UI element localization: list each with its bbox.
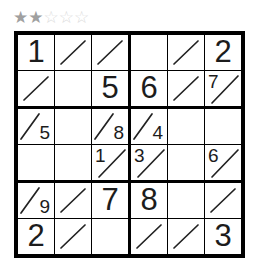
star-empty-icon: ☆ xyxy=(44,6,59,28)
given-digit: 3 xyxy=(214,220,231,251)
star-empty-icon: ☆ xyxy=(74,6,89,28)
slash-divider-icon xyxy=(168,71,204,106)
given-digit: 7 xyxy=(101,184,118,215)
cell-r2c5[interactable] xyxy=(168,71,205,109)
cell-r1c3[interactable] xyxy=(92,35,131,71)
bottom-half-digit: 8 xyxy=(113,123,124,142)
cell-r5c6[interactable] xyxy=(205,183,241,219)
cell-r3c3[interactable]: 8 xyxy=(92,109,131,145)
given-digit: 1 xyxy=(27,36,44,67)
top-half-digit: 6 xyxy=(208,146,219,165)
cell-r2c4[interactable]: 6 xyxy=(131,71,168,109)
cell-r2c2[interactable] xyxy=(55,71,92,109)
slash-divider-icon xyxy=(18,71,54,106)
star-empty-icon: ☆ xyxy=(59,6,74,28)
cell-r3c5[interactable] xyxy=(168,109,205,145)
top-half-digit: 3 xyxy=(134,146,145,165)
cell-r3c4[interactable]: 4 xyxy=(131,109,168,145)
slash-divider-icon xyxy=(55,183,91,218)
top-half-digit: 7 xyxy=(208,72,219,91)
cell-r1c4[interactable] xyxy=(131,35,168,71)
cell-r4c5[interactable] xyxy=(168,145,205,183)
star-filled-icon: ★ xyxy=(13,6,28,28)
slash-divider-icon xyxy=(168,35,204,70)
cell-r5c3[interactable]: 7 xyxy=(92,183,131,219)
slash-divider-icon xyxy=(92,35,128,70)
cell-r6c4[interactable] xyxy=(131,219,168,254)
bottom-half-digit: 9 xyxy=(39,197,50,216)
difficulty-rating: ★★☆☆☆ xyxy=(13,6,256,28)
cell-r2c3[interactable]: 5 xyxy=(92,71,131,109)
cell-r5c4[interactable]: 8 xyxy=(131,183,168,219)
cell-r3c2[interactable] xyxy=(55,109,92,145)
given-digit: 2 xyxy=(214,36,231,67)
slash-divider-icon xyxy=(205,183,241,218)
cell-r4c4[interactable]: 3 xyxy=(131,145,168,183)
cell-r4c2[interactable] xyxy=(55,145,92,183)
slash-divider-icon xyxy=(131,219,167,254)
sudoku-board: 1256758413697823 xyxy=(14,31,245,258)
cell-r6c2[interactable] xyxy=(55,219,92,254)
cell-r3c6[interactable] xyxy=(205,109,241,145)
cell-r6c6[interactable]: 3 xyxy=(205,219,241,254)
cell-r5c1[interactable]: 9 xyxy=(18,183,55,219)
cell-r6c3[interactable] xyxy=(92,219,131,254)
cell-r4c6[interactable]: 6 xyxy=(205,145,241,183)
cell-r4c1[interactable] xyxy=(18,145,55,183)
slash-divider-icon xyxy=(168,219,204,254)
cell-r6c5[interactable] xyxy=(168,219,205,254)
slash-divider-icon xyxy=(55,219,91,254)
star-filled-icon: ★ xyxy=(28,6,43,28)
cell-r6c1[interactable]: 2 xyxy=(18,219,55,254)
cell-r1c6[interactable]: 2 xyxy=(205,35,241,71)
cell-r1c1[interactable]: 1 xyxy=(18,35,55,71)
cell-r1c2[interactable] xyxy=(55,35,92,71)
bottom-half-digit: 4 xyxy=(152,123,163,142)
cell-r2c1[interactable] xyxy=(18,71,55,109)
cell-r5c5[interactable] xyxy=(168,183,205,219)
given-digit: 5 xyxy=(101,72,118,103)
given-digit: 8 xyxy=(140,184,157,215)
given-digit: 2 xyxy=(27,220,44,251)
cell-r5c2[interactable] xyxy=(55,183,92,219)
cell-r3c1[interactable]: 5 xyxy=(18,109,55,145)
bottom-half-digit: 5 xyxy=(39,123,50,142)
given-digit: 6 xyxy=(140,72,157,103)
slash-divider-icon xyxy=(55,35,91,70)
cell-r2c6[interactable]: 7 xyxy=(205,71,241,109)
cell-r4c3[interactable]: 1 xyxy=(92,145,131,183)
top-half-digit: 1 xyxy=(95,146,106,165)
cell-r1c5[interactable] xyxy=(168,35,205,71)
